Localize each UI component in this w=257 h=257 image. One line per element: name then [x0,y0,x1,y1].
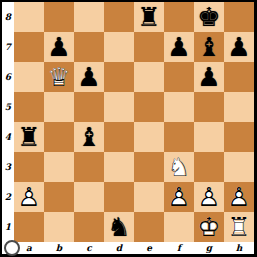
square-c1[interactable] [74,212,104,242]
square-g1[interactable]: ♚♔ [194,212,224,242]
square-a6[interactable] [14,62,44,92]
black-pawn-piece: ♟ [74,62,104,92]
white-rook-piece: ♜♖ [224,212,254,242]
black-bishop-piece: ♝ [194,32,224,62]
black-pawn-piece: ♟ [44,32,74,62]
square-f3[interactable]: ♞♘ [164,152,194,182]
square-f2[interactable]: ♟♙ [164,182,194,212]
square-h2[interactable]: ♟♙ [224,182,254,212]
square-g3[interactable] [194,152,224,182]
white-queen-piece: ♛♕ [44,62,74,92]
square-b3[interactable] [44,152,74,182]
black-piece-glyph: ♝ [194,32,224,62]
rank-label-8: 8 [2,2,14,32]
square-g6[interactable]: ♟ [194,62,224,92]
white-knight-piece: ♞♘ [164,152,194,182]
square-h5[interactable] [224,92,254,122]
square-b1[interactable] [44,212,74,242]
white-piece-outline: ♙ [224,182,254,212]
square-a1[interactable] [14,212,44,242]
file-label-f: f [164,242,194,254]
black-pawn-piece: ♟ [224,32,254,62]
square-h3[interactable] [224,152,254,182]
black-piece-glyph: ♜ [14,122,44,152]
square-b2[interactable] [44,182,74,212]
square-e3[interactable] [134,152,164,182]
square-a5[interactable] [14,92,44,122]
white-pawn-piece: ♟♙ [194,182,224,212]
square-f4[interactable] [164,122,194,152]
black-piece-glyph: ♟ [164,32,194,62]
chess-diagram: 87654321 ♜♚♟♟♝♟♛♕♟♟♜♝♞♘♟♙♟♙♟♙♟♙♞♚♔♜♖ abc… [0,0,257,257]
side-to-move-indicator [4,240,20,256]
square-b4[interactable] [44,122,74,152]
square-d3[interactable] [104,152,134,182]
black-piece-glyph: ♟ [224,32,254,62]
square-h1[interactable]: ♜♖ [224,212,254,242]
file-label-e: e [134,242,164,254]
black-king-piece: ♚ [194,2,224,32]
white-piece-outline: ♙ [14,182,44,212]
square-b7[interactable]: ♟ [44,32,74,62]
diagram-inner: 87654321 ♜♚♟♟♝♟♛♕♟♟♜♝♞♘♟♙♟♙♟♙♟♙♞♚♔♜♖ abc… [2,2,254,254]
white-piece-outline: ♙ [164,182,194,212]
file-label-h: h [224,242,254,254]
white-pawn-piece: ♟♙ [224,182,254,212]
square-f5[interactable] [164,92,194,122]
white-piece-outline: ♙ [194,182,224,212]
rank-label-6: 6 [2,62,14,92]
square-e1[interactable] [134,212,164,242]
square-g7[interactable]: ♝ [194,32,224,62]
square-c3[interactable] [74,152,104,182]
square-e6[interactable] [134,62,164,92]
file-label-d: d [104,242,134,254]
square-b8[interactable] [44,2,74,32]
white-pawn-piece: ♟♙ [14,182,44,212]
square-d8[interactable] [104,2,134,32]
black-rook-piece: ♜ [134,2,164,32]
square-b6[interactable]: ♛♕ [44,62,74,92]
square-c8[interactable] [74,2,104,32]
white-piece-outline: ♘ [164,152,194,182]
black-piece-glyph: ♜ [134,2,164,32]
square-h6[interactable] [224,62,254,92]
square-d4[interactable] [104,122,134,152]
black-piece-glyph: ♟ [44,32,74,62]
rank-label-4: 4 [2,122,14,152]
square-c7[interactable] [74,32,104,62]
white-pawn-piece: ♟♙ [164,182,194,212]
square-c2[interactable] [74,182,104,212]
file-label-c: c [74,242,104,254]
black-pawn-piece: ♟ [164,32,194,62]
square-g2[interactable]: ♟♙ [194,182,224,212]
file-label-g: g [194,242,224,254]
white-piece-outline: ♖ [224,212,254,242]
square-d1[interactable]: ♞ [104,212,134,242]
rank-label-1: 1 [2,212,14,242]
square-d7[interactable] [104,32,134,62]
white-piece-outline: ♕ [44,62,74,92]
square-f8[interactable] [164,2,194,32]
black-piece-glyph: ♚ [194,2,224,32]
square-h8[interactable] [224,2,254,32]
black-rook-piece: ♜ [14,122,44,152]
square-h7[interactable]: ♟ [224,32,254,62]
square-d2[interactable] [104,182,134,212]
square-f6[interactable] [164,62,194,92]
square-a3[interactable] [14,152,44,182]
black-piece-glyph: ♝ [74,122,104,152]
square-d6[interactable] [104,62,134,92]
square-g8[interactable]: ♚ [194,2,224,32]
black-piece-glyph: ♞ [104,212,134,242]
square-a8[interactable] [14,2,44,32]
square-a4[interactable]: ♜ [14,122,44,152]
square-e7[interactable] [134,32,164,62]
square-e4[interactable] [134,122,164,152]
square-e5[interactable] [134,92,164,122]
square-f7[interactable]: ♟ [164,32,194,62]
square-d5[interactable] [104,92,134,122]
black-bishop-piece: ♝ [74,122,104,152]
black-pawn-piece: ♟ [194,62,224,92]
white-king-piece: ♚♔ [194,212,224,242]
black-knight-piece: ♞ [104,212,134,242]
square-c5[interactable] [74,92,104,122]
white-piece-outline: ♔ [194,212,224,242]
square-f1[interactable] [164,212,194,242]
square-a7[interactable] [14,32,44,62]
rank-label-2: 2 [2,182,14,212]
black-piece-glyph: ♟ [74,62,104,92]
chess-board: ♜♚♟♟♝♟♛♕♟♟♜♝♞♘♟♙♟♙♟♙♟♙♞♚♔♜♖ [14,2,254,242]
square-e8[interactable]: ♜ [134,2,164,32]
square-c4[interactable]: ♝ [74,122,104,152]
square-g4[interactable] [194,122,224,152]
square-c6[interactable]: ♟ [74,62,104,92]
file-label-b: b [44,242,74,254]
file-labels: abcdefgh [14,242,254,254]
rank-label-5: 5 [2,92,14,122]
square-a2[interactable]: ♟♙ [14,182,44,212]
rank-label-7: 7 [2,32,14,62]
rank-labels: 87654321 [2,2,14,242]
square-b5[interactable] [44,92,74,122]
black-piece-glyph: ♟ [194,62,224,92]
square-h4[interactable] [224,122,254,152]
square-e2[interactable] [134,182,164,212]
rank-label-3: 3 [2,152,14,182]
square-g5[interactable] [194,92,224,122]
